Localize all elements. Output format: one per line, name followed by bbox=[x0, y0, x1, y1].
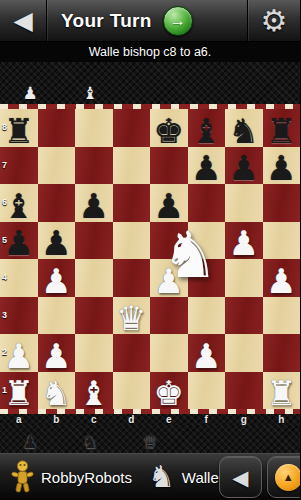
square-h7[interactable]: ♟ bbox=[263, 147, 301, 185]
silver-gryphon-icon: ♞ bbox=[148, 462, 175, 492]
square-c6[interactable]: ♟ bbox=[75, 184, 113, 222]
captured-black-queen: ♛ bbox=[137, 432, 163, 452]
rank-label-2: 2 bbox=[2, 347, 7, 357]
title-bar: ◀ Your Turn → ⚙ bbox=[0, 0, 300, 42]
square-g7[interactable]: ♟ bbox=[225, 147, 263, 185]
square-d4[interactable] bbox=[113, 259, 151, 297]
square-h4[interactable]: ♟ bbox=[263, 259, 301, 297]
settings-button[interactable]: ⚙ bbox=[248, 6, 300, 36]
captured-black-tray: ♟♞♛ bbox=[0, 425, 300, 453]
square-c1[interactable]: ♝ bbox=[75, 372, 113, 410]
square-h3[interactable] bbox=[263, 297, 301, 335]
square-d2[interactable] bbox=[113, 334, 151, 372]
white-rook[interactable]: ♜ bbox=[4, 374, 34, 412]
square-g2[interactable] bbox=[225, 334, 263, 372]
rank-label-5: 5 bbox=[2, 235, 7, 245]
square-e1[interactable]: ♚ bbox=[150, 372, 188, 410]
square-c8[interactable] bbox=[75, 109, 113, 147]
file-label-a: a bbox=[0, 414, 38, 425]
black-knight[interactable]: ♞ bbox=[229, 112, 259, 150]
black-rook[interactable]: ♜ bbox=[266, 112, 296, 150]
square-b1[interactable]: ♞ bbox=[38, 372, 76, 410]
left-triangle-icon: ◀ bbox=[232, 467, 248, 488]
file-label-h: h bbox=[263, 414, 301, 425]
captured-black-pawn: ♟ bbox=[17, 432, 43, 452]
square-d1[interactable] bbox=[113, 372, 151, 410]
chess-app-screen: ◀ Your Turn → ⚙ Walle bishop c8 to a6. ♟… bbox=[0, 0, 300, 500]
square-b7[interactable] bbox=[38, 147, 76, 185]
square-h2[interactable] bbox=[263, 334, 301, 372]
menu-button[interactable]: ▲ bbox=[267, 456, 300, 498]
white-pawn[interactable]: ♟ bbox=[4, 337, 34, 375]
square-d3[interactable]: ♛ bbox=[113, 297, 151, 335]
gear-icon: ⚙ bbox=[261, 3, 288, 38]
square-d8[interactable] bbox=[113, 109, 151, 147]
square-b2[interactable]: ♟ bbox=[38, 334, 76, 372]
square-c4[interactable] bbox=[75, 259, 113, 297]
black-king[interactable]: ♚ bbox=[154, 112, 184, 150]
black-bishop[interactable]: ♝ bbox=[4, 187, 34, 225]
file-label-f: f bbox=[188, 414, 226, 425]
white-rook[interactable]: ♜ bbox=[266, 374, 296, 412]
bottom-bar: RobbyRobots ♞ Walle ◀ ▲ bbox=[0, 453, 300, 500]
divider bbox=[46, 0, 47, 41]
square-f7[interactable]: ♟ bbox=[188, 147, 226, 185]
square-g3[interactable] bbox=[225, 297, 263, 335]
black-bishop[interactable]: ♝ bbox=[191, 112, 221, 150]
square-c2[interactable] bbox=[75, 334, 113, 372]
square-f2[interactable]: ♟ bbox=[188, 334, 226, 372]
black-pawn[interactable]: ♟ bbox=[266, 149, 296, 187]
file-label-g: g bbox=[225, 414, 263, 425]
captured-white-bishop: ♝ bbox=[77, 83, 103, 103]
square-f8[interactable]: ♝ bbox=[188, 109, 226, 147]
square-e2[interactable] bbox=[150, 334, 188, 372]
page-title: Your Turn bbox=[61, 10, 152, 32]
captured-white-tray: ♟♝ bbox=[0, 62, 300, 104]
white-bishop[interactable]: ♝ bbox=[79, 374, 109, 412]
lifted-white-knight[interactable]: ♞ bbox=[152, 219, 228, 291]
square-e8[interactable]: ♚ bbox=[150, 109, 188, 147]
white-king[interactable]: ♚ bbox=[154, 374, 184, 412]
square-e3[interactable] bbox=[150, 297, 188, 335]
white-pawn[interactable]: ♟ bbox=[41, 262, 71, 300]
back-button[interactable]: ◀ bbox=[0, 8, 46, 33]
file-label-d: d bbox=[113, 414, 151, 425]
black-pawn[interactable]: ♟ bbox=[4, 224, 34, 262]
square-g8[interactable]: ♞ bbox=[225, 109, 263, 147]
white-pawn[interactable]: ♟ bbox=[191, 337, 221, 375]
square-f3[interactable] bbox=[188, 297, 226, 335]
orange-circle-icon: ▲ bbox=[275, 464, 300, 491]
file-label-c: c bbox=[75, 414, 113, 425]
black-pawn[interactable]: ♟ bbox=[79, 187, 109, 225]
square-g4[interactable] bbox=[225, 259, 263, 297]
square-d5[interactable] bbox=[113, 222, 151, 260]
rank-label-8: 8 bbox=[2, 122, 7, 132]
file-label-e: e bbox=[150, 414, 188, 425]
square-b3[interactable] bbox=[38, 297, 76, 335]
back-icon: ◀ bbox=[13, 6, 32, 34]
white-pawn[interactable]: ♟ bbox=[229, 224, 259, 262]
file-labels: abcdefgh bbox=[0, 414, 300, 425]
rank-label-7: 7 bbox=[2, 160, 7, 170]
up-arrow-icon: ▲ bbox=[283, 472, 294, 483]
square-e7[interactable] bbox=[150, 147, 188, 185]
square-g1[interactable] bbox=[225, 372, 263, 410]
file-label-b: b bbox=[38, 414, 76, 425]
last-move-text: Walle bishop c8 to a6. bbox=[89, 45, 212, 59]
gold-robot-icon bbox=[11, 460, 34, 494]
square-e6[interactable]: ♟ bbox=[150, 184, 188, 222]
square-h6[interactable] bbox=[263, 184, 301, 222]
rank-label-4: 4 bbox=[2, 272, 7, 282]
white-player-name: RobbyRobots bbox=[41, 469, 132, 486]
white-pawn[interactable]: ♟ bbox=[41, 337, 71, 375]
captured-white-pawn: ♟ bbox=[17, 83, 43, 103]
prev-move-button[interactable]: ◀ bbox=[219, 456, 262, 498]
square-g5[interactable]: ♟ bbox=[225, 222, 263, 260]
square-h1[interactable]: ♜ bbox=[263, 372, 301, 410]
square-c3[interactable] bbox=[75, 297, 113, 335]
square-g6[interactable] bbox=[225, 184, 263, 222]
white-knight[interactable]: ♞ bbox=[41, 374, 71, 412]
square-h5[interactable] bbox=[263, 222, 301, 260]
square-h8[interactable]: ♜ bbox=[263, 109, 301, 147]
black-pawn[interactable]: ♟ bbox=[191, 149, 221, 187]
white-pawn[interactable]: ♟ bbox=[266, 262, 296, 300]
square-d6[interactable] bbox=[113, 184, 151, 222]
square-c5[interactable] bbox=[75, 222, 113, 260]
square-b4[interactable]: ♟ bbox=[38, 259, 76, 297]
turn-arrow-icon: → bbox=[163, 6, 193, 36]
white-queen[interactable]: ♛ bbox=[116, 299, 146, 337]
rank-label-1: 1 bbox=[2, 385, 7, 395]
captured-black-knight: ♞ bbox=[77, 432, 103, 452]
black-player-name: Walle bbox=[182, 469, 219, 486]
rank-label-6: 6 bbox=[2, 197, 7, 207]
square-d7[interactable] bbox=[113, 147, 151, 185]
board-grid: ♜♚♝♞♜♟♟♟♝♟♟♟♟♟♟♟♟♛♟♟♟♜♞♝♚♜ bbox=[0, 109, 300, 409]
rank-label-3: 3 bbox=[2, 310, 7, 320]
right-arrow-icon: → bbox=[170, 13, 186, 29]
square-b5[interactable]: ♟ bbox=[38, 222, 76, 260]
chess-board: ♜♚♝♞♜♟♟♟♝♟♟♟♟♟♟♟♟♛♟♟♟♜♞♝♚♜ 87654321 ♞ bbox=[0, 109, 300, 409]
square-c7[interactable] bbox=[75, 147, 113, 185]
black-pawn[interactable]: ♟ bbox=[229, 149, 259, 187]
status-bar: Walle bishop c8 to a6. bbox=[0, 42, 300, 62]
black-pawn[interactable]: ♟ bbox=[41, 224, 71, 262]
square-b8[interactable] bbox=[38, 109, 76, 147]
square-f6[interactable] bbox=[188, 184, 226, 222]
square-b6[interactable] bbox=[38, 184, 76, 222]
black-rook[interactable]: ♜ bbox=[4, 112, 34, 150]
square-f1[interactable] bbox=[188, 372, 226, 410]
bottom-buttons: ◀ ▲ bbox=[219, 456, 300, 498]
